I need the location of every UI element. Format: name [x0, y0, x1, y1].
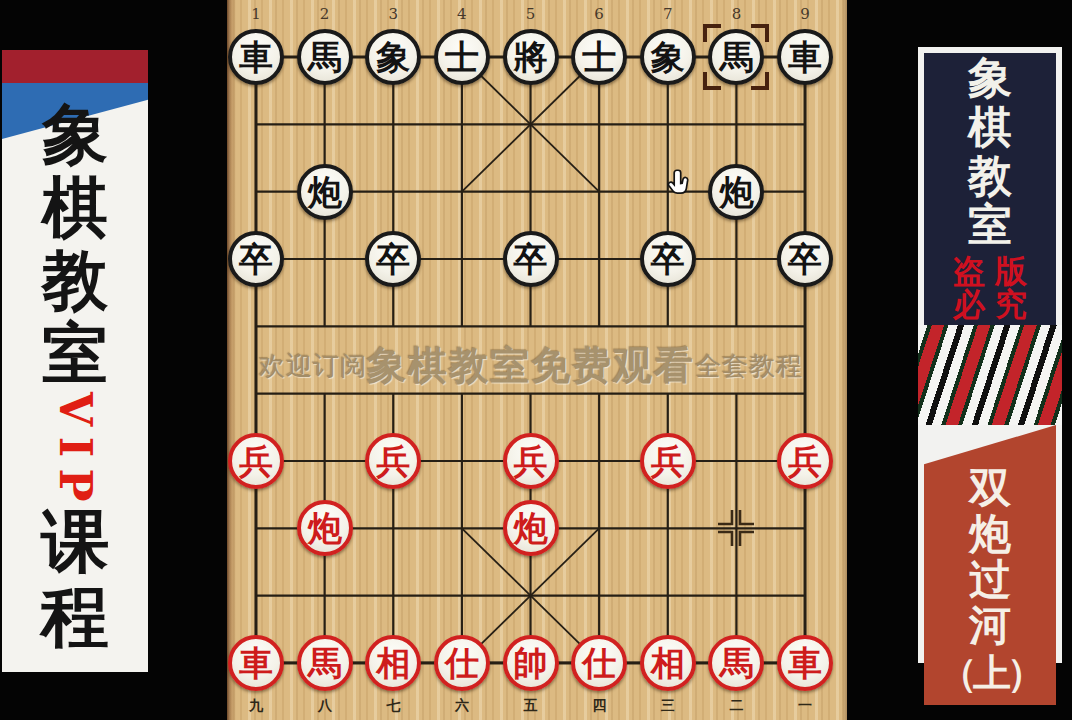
piracy-warning-row: 必究	[943, 288, 1037, 321]
black-piece-象[interactable]: 象	[365, 29, 421, 85]
file-number-bottom: 五	[524, 697, 538, 715]
red-piece-相[interactable]: 相	[365, 635, 421, 691]
red-piece-兵[interactable]: 兵	[228, 433, 284, 489]
river-watermark-text: 欢迎订阅 象棋教室免费观看 全套教程	[256, 338, 806, 394]
red-piece-兵[interactable]: 兵	[777, 433, 833, 489]
river-text-suffix: 全套教程	[695, 349, 803, 384]
file-number-top: 4	[457, 5, 467, 23]
left-banner-title-char: 教	[42, 244, 108, 317]
lesson-topic-char: 河	[969, 603, 1011, 649]
black-piece-炮[interactable]: 炮	[297, 164, 353, 220]
file-number-top: 9	[800, 5, 810, 23]
river-text-main: 象棋教室免费观看	[367, 339, 695, 393]
file-number-bottom: 二	[729, 697, 743, 715]
lesson-topic-column: 双炮过河	[969, 465, 1011, 649]
red-piece-車[interactable]: 車	[777, 635, 833, 691]
piracy-warning-row: 盗版	[943, 255, 1037, 288]
red-piece-車[interactable]: 車	[228, 635, 284, 691]
red-piece-相[interactable]: 相	[640, 635, 696, 691]
left-banner-vip-letter: I	[56, 437, 94, 458]
black-piece-士[interactable]: 士	[434, 29, 490, 85]
red-piece-馬[interactable]: 馬	[708, 635, 764, 691]
file-number-bottom: 九	[249, 697, 263, 715]
file-number-bottom: 七	[386, 697, 400, 715]
black-piece-卒[interactable]: 卒	[640, 231, 696, 287]
move-origin-cross-marker	[714, 506, 758, 550]
red-piece-炮[interactable]: 炮	[297, 500, 353, 556]
right-banner-title-char: 象	[968, 54, 1012, 102]
red-piece-帥[interactable]: 帥	[503, 635, 559, 691]
left-banner-text-column: 象棋教室VIP课程	[2, 98, 148, 654]
file-number-top: 8	[732, 5, 742, 23]
left-banner-red-bar	[2, 50, 148, 84]
left-banner-subtitle-char: 程	[41, 579, 109, 654]
file-number-top: 3	[388, 5, 398, 23]
black-piece-象[interactable]: 象	[640, 29, 696, 85]
red-piece-馬[interactable]: 馬	[297, 635, 353, 691]
red-piece-仕[interactable]: 仕	[434, 635, 490, 691]
lesson-topic-char: 双	[969, 465, 1011, 511]
black-piece-卒[interactable]: 卒	[228, 231, 284, 287]
file-number-top: 1	[251, 5, 261, 23]
black-piece-炮[interactable]: 炮	[708, 164, 764, 220]
file-number-bottom: 三	[661, 697, 675, 715]
file-number-top: 6	[594, 5, 604, 23]
black-piece-車[interactable]: 車	[777, 29, 833, 85]
black-piece-卒[interactable]: 卒	[503, 231, 559, 287]
file-number-bottom: 六	[455, 697, 469, 715]
black-piece-卒[interactable]: 卒	[777, 231, 833, 287]
file-number-top: 7	[663, 5, 673, 23]
file-number-bottom: 八	[318, 697, 332, 715]
black-piece-車[interactable]: 車	[228, 29, 284, 85]
red-piece-兵[interactable]: 兵	[365, 433, 421, 489]
right-banner-diagonal-stripes	[918, 325, 1062, 425]
left-banner-title-char: 象	[42, 98, 108, 171]
right-banner-title-char: 室	[968, 201, 1012, 249]
right-banner-title-char: 棋	[968, 103, 1012, 151]
left-banner-vip-letter: V	[56, 392, 94, 426]
file-number-top: 2	[320, 5, 330, 23]
black-piece-士[interactable]: 士	[571, 29, 627, 85]
red-piece-兵[interactable]: 兵	[640, 433, 696, 489]
black-piece-馬[interactable]: 馬	[297, 29, 353, 85]
black-piece-卒[interactable]: 卒	[365, 231, 421, 287]
left-banner-title-char: 棋	[42, 171, 108, 244]
piracy-warning-text: 盗版必究	[943, 255, 1037, 321]
lesson-part-label: （上）	[939, 649, 1041, 697]
file-number-bottom: 一	[798, 697, 812, 715]
left-banner-vip-letter: P	[56, 468, 94, 501]
black-piece-將[interactable]: 將	[503, 29, 559, 85]
lesson-topic-char: 炮	[969, 511, 1011, 557]
right-banner-title-char: 教	[968, 152, 1012, 200]
river-text-prefix: 欢迎订阅	[259, 349, 367, 384]
left-promo-banner: 象棋教室VIP课程	[2, 50, 148, 672]
red-piece-仕[interactable]: 仕	[571, 635, 627, 691]
red-piece-兵[interactable]: 兵	[503, 433, 559, 489]
lesson-topic-char: 过	[969, 557, 1011, 603]
lesson-topic-panel: 双炮过河 （上）	[924, 425, 1056, 705]
right-promo-banner: 象棋教室 盗版必究 双炮过河 （上）	[918, 47, 1062, 663]
left-banner-title-char: 室	[42, 317, 108, 390]
selection-bracket-marker	[703, 24, 769, 90]
xiangqi-board[interactable]: 123456789 九八七六五四三二一 欢迎订阅 象棋教室免费观看 全套教程 車…	[227, 0, 847, 720]
left-banner-subtitle-char: 课	[41, 504, 109, 579]
mouse-hand-cursor-icon	[667, 168, 697, 202]
right-banner-title-panel: 象棋教室 盗版必究	[924, 53, 1056, 325]
file-number-bottom: 四	[592, 697, 606, 715]
video-frame: 象棋教室VIP课程 123456789 九八七六五四三二一 欢迎订阅 象棋教室免…	[0, 0, 1072, 720]
file-number-top: 5	[526, 5, 536, 23]
right-banner-title-column: 象棋教室	[968, 53, 1012, 249]
red-piece-炮[interactable]: 炮	[503, 500, 559, 556]
